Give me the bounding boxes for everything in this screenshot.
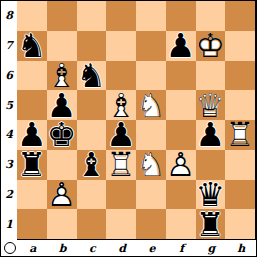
piece-black-pawn: ♟ (196, 120, 226, 150)
piece-black-bishop: ♝ (77, 150, 107, 180)
piece-black-knight: ♞ (77, 61, 107, 91)
square-a5[interactable] (17, 90, 47, 120)
square-g5[interactable]: ♛♕ (196, 90, 226, 120)
file-label-a: a (18, 242, 48, 255)
square-f3[interactable]: ♟♙ (166, 150, 196, 180)
chess-board: ♞♟♚♔♝♗♞♟♝♗♞♘♛♕♟♚♟♟♜♖♜♝♜♖♞♘♟♙♟♙♛♜ (17, 1, 256, 240)
square-f5[interactable] (166, 90, 196, 120)
piece-black-rook: ♜ (17, 150, 47, 180)
square-c7[interactable] (77, 31, 107, 61)
square-g3[interactable] (196, 150, 226, 180)
square-f7[interactable]: ♟ (166, 31, 196, 61)
piece-white-rook: ♜♖ (106, 150, 136, 180)
square-a3[interactable]: ♜ (17, 150, 47, 180)
square-b2[interactable]: ♟♙ (47, 180, 77, 210)
square-f2[interactable] (166, 180, 196, 210)
piece-white-rook: ♜♖ (225, 120, 255, 150)
rank-labels-column: 87654321 (1, 1, 17, 240)
square-d2[interactable] (106, 180, 136, 210)
piece-white-pawn: ♟♙ (166, 150, 196, 180)
piece-glyph: ♞ (17, 31, 47, 61)
file-label-d: d (107, 242, 137, 255)
square-e4[interactable] (136, 120, 166, 150)
square-e6[interactable] (136, 61, 166, 91)
rank-label-5: 5 (1, 90, 17, 120)
square-f4[interactable] (166, 120, 196, 150)
piece-outline: ♙ (166, 150, 196, 180)
chess-diagram: 87654321 ♞♟♚♔♝♗♞♟♝♗♞♘♛♕♟♚♟♟♜♖♜♝♜♖♞♘♟♙♟♙♛… (0, 0, 257, 257)
file-label-b: b (48, 242, 78, 255)
piece-black-pawn: ♟ (166, 31, 196, 61)
piece-glyph: ♜ (17, 150, 47, 180)
piece-glyph: ♟ (196, 120, 226, 150)
piece-white-bishop: ♝♗ (106, 90, 136, 120)
piece-outline: ♗ (47, 61, 77, 91)
file-label-c: c (78, 242, 108, 255)
square-h8[interactable] (225, 1, 255, 31)
square-d5[interactable]: ♝♗ (106, 90, 136, 120)
square-b1[interactable] (47, 209, 77, 239)
file-label-f: f (167, 242, 197, 255)
square-d8[interactable] (106, 1, 136, 31)
piece-glyph: ♝ (77, 150, 107, 180)
square-h1[interactable] (225, 209, 255, 239)
piece-black-pawn: ♟ (17, 120, 47, 150)
piece-black-queen: ♛ (196, 180, 226, 210)
square-c5[interactable] (77, 90, 107, 120)
piece-black-rook: ♜ (196, 209, 226, 239)
rank-label-1: 1 (1, 209, 17, 239)
square-h6[interactable] (225, 61, 255, 91)
piece-outline: ♕ (196, 90, 226, 120)
square-h2[interactable] (225, 180, 255, 210)
square-b3[interactable] (47, 150, 77, 180)
piece-black-knight: ♞ (17, 31, 47, 61)
square-d4[interactable]: ♟ (106, 120, 136, 150)
file-labels-row: abcdefgh (18, 242, 256, 255)
square-c8[interactable] (77, 1, 107, 31)
square-d6[interactable] (106, 61, 136, 91)
square-g2[interactable]: ♛ (196, 180, 226, 210)
board-row: 87654321 ♞♟♚♔♝♗♞♟♝♗♞♘♛♕♟♚♟♟♜♖♜♝♜♖♞♘♟♙♟♙♛… (1, 1, 256, 240)
piece-outline: ♘ (136, 150, 166, 180)
square-b4[interactable]: ♚ (47, 120, 77, 150)
file-label-e: e (137, 242, 167, 255)
square-c3[interactable]: ♝ (77, 150, 107, 180)
rank-label-8: 8 (1, 1, 17, 31)
square-h7[interactable] (225, 31, 255, 61)
square-a7[interactable]: ♞ (17, 31, 47, 61)
square-b5[interactable]: ♟ (47, 90, 77, 120)
square-b8[interactable] (47, 1, 77, 31)
rank-label-2: 2 (1, 180, 17, 210)
square-h5[interactable] (225, 90, 255, 120)
square-c2[interactable] (77, 180, 107, 210)
rank-label-7: 7 (1, 31, 17, 61)
square-e3[interactable]: ♞♘ (136, 150, 166, 180)
piece-glyph: ♟ (47, 90, 77, 120)
square-h3[interactable] (225, 150, 255, 180)
square-d1[interactable] (106, 209, 136, 239)
square-g4[interactable]: ♟ (196, 120, 226, 150)
piece-glyph: ♚ (47, 120, 77, 150)
piece-glyph: ♟ (166, 31, 196, 61)
square-e1[interactable] (136, 209, 166, 239)
square-a6[interactable] (17, 61, 47, 91)
square-b7[interactable] (47, 31, 77, 61)
square-g8[interactable] (196, 1, 226, 31)
piece-outline: ♖ (106, 150, 136, 180)
piece-outline: ♗ (106, 90, 136, 120)
square-d7[interactable] (106, 31, 136, 61)
square-g7[interactable]: ♚♔ (196, 31, 226, 61)
piece-glyph: ♞ (77, 61, 107, 91)
square-a4[interactable]: ♟ (17, 120, 47, 150)
piece-white-knight: ♞♘ (136, 90, 166, 120)
rank-label-4: 4 (1, 120, 17, 150)
white-to-move-indicator-icon (4, 242, 16, 254)
piece-white-king: ♚♔ (196, 31, 226, 61)
piece-glyph: ♟ (106, 120, 136, 150)
square-c4[interactable] (77, 120, 107, 150)
piece-black-pawn: ♟ (106, 120, 136, 150)
rank-label-6: 6 (1, 61, 17, 91)
square-e7[interactable] (136, 31, 166, 61)
square-f8[interactable] (166, 1, 196, 31)
square-f6[interactable] (166, 61, 196, 91)
file-label-h: h (226, 242, 256, 255)
piece-white-knight: ♞♘ (136, 150, 166, 180)
square-g1[interactable]: ♜ (196, 209, 226, 239)
square-e2[interactable] (136, 180, 166, 210)
file-label-g: g (197, 242, 227, 255)
piece-outline: ♙ (47, 180, 77, 210)
square-h4[interactable]: ♜♖ (225, 120, 255, 150)
files-row: abcdefgh (1, 240, 256, 256)
piece-black-pawn: ♟ (47, 90, 77, 120)
square-c1[interactable] (77, 209, 107, 239)
square-a2[interactable] (17, 180, 47, 210)
square-f1[interactable] (166, 209, 196, 239)
square-e5[interactable]: ♞♘ (136, 90, 166, 120)
square-g6[interactable] (196, 61, 226, 91)
square-d3[interactable]: ♜♖ (106, 150, 136, 180)
square-b6[interactable]: ♝♗ (47, 61, 77, 91)
piece-glyph: ♟ (17, 120, 47, 150)
square-c6[interactable]: ♞ (77, 61, 107, 91)
piece-white-queen: ♛♕ (196, 90, 226, 120)
square-a8[interactable] (17, 1, 47, 31)
piece-outline: ♘ (136, 90, 166, 120)
piece-outline: ♔ (196, 31, 226, 61)
piece-glyph: ♜ (196, 209, 226, 239)
piece-glyph: ♛ (196, 180, 226, 210)
piece-white-pawn: ♟♙ (47, 180, 77, 210)
square-a1[interactable] (17, 209, 47, 239)
piece-white-bishop: ♝♗ (47, 61, 77, 91)
rank-label-3: 3 (1, 150, 17, 180)
square-e8[interactable] (136, 1, 166, 31)
piece-outline: ♖ (225, 120, 255, 150)
piece-black-king: ♚ (47, 120, 77, 150)
